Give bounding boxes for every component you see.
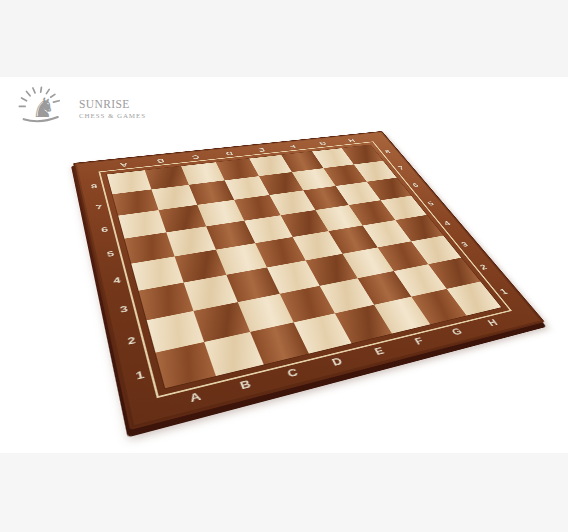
board-photo-scene: AABBCCDDEEFFGGHH8877665544332211: [0, 0, 568, 532]
chess-board-3d: AABBCCDDEEFFGGHH8877665544332211: [73, 131, 545, 430]
